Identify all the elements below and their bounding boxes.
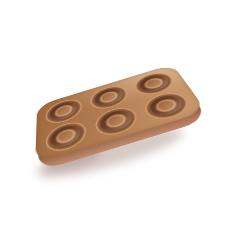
muffin-cup	[132, 69, 178, 98]
muffin-cup	[45, 96, 83, 127]
product-photo	[0, 0, 240, 240]
muffin-cup	[89, 82, 131, 112]
